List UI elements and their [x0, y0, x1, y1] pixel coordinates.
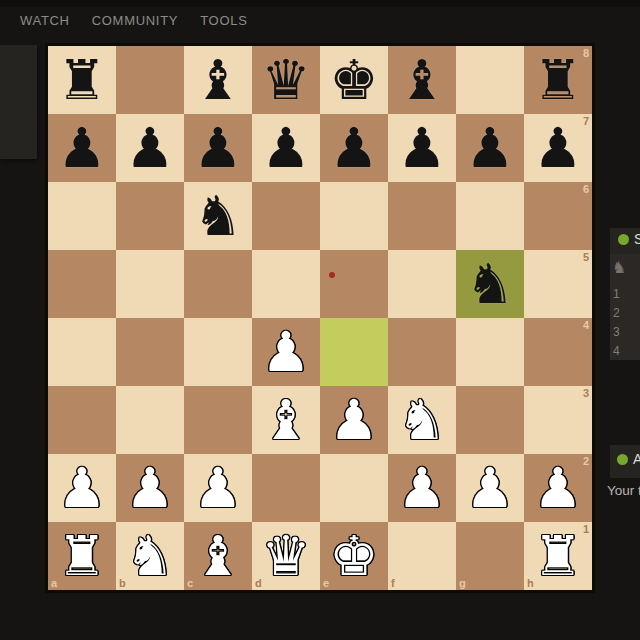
piece-black-pawn[interactable]: ♟: [193, 121, 242, 176]
square-c7[interactable]: ♟: [184, 114, 252, 182]
square-g4[interactable]: [456, 318, 524, 386]
square-d1[interactable]: ♛d: [252, 522, 320, 590]
nav-item-watch[interactable]: WATCH: [20, 13, 70, 28]
coordinate-file-label: b: [119, 578, 126, 589]
square-a2[interactable]: ♟: [48, 454, 116, 522]
piece-black-pawn[interactable]: ♟: [57, 121, 106, 176]
square-e3[interactable]: ♟: [320, 386, 388, 454]
piece-black-bishop[interactable]: ♝: [397, 53, 446, 108]
piece-black-pawn[interactable]: ♟: [533, 121, 582, 176]
square-f8[interactable]: ♝: [388, 46, 456, 114]
square-h1[interactable]: ♜h1: [524, 522, 592, 590]
move-number: 4: [613, 345, 620, 357]
coordinate-rank-label: 7: [583, 116, 589, 127]
square-e5[interactable]: [320, 250, 388, 318]
chess-board[interactable]: ♜♝♛♚♝♜8♟♟♟♟♟♟♟♟7♞6♞5♟4♝♟♞3♟♟♟♟♟♟2♜a♞b♝c♛…: [48, 46, 592, 590]
piece-white-pawn[interactable]: ♟: [397, 461, 446, 516]
coordinate-file-label: c: [187, 578, 193, 589]
piece-white-rook[interactable]: ♜: [533, 529, 582, 584]
square-h6[interactable]: 6: [524, 182, 592, 250]
square-b2[interactable]: ♟: [116, 454, 184, 522]
piece-white-knight[interactable]: ♞: [397, 393, 446, 448]
piece-white-pawn[interactable]: ♟: [125, 461, 174, 516]
square-b1[interactable]: ♞b: [116, 522, 184, 590]
square-e2[interactable]: [320, 454, 388, 522]
square-a4[interactable]: [48, 318, 116, 386]
top-nav: WATCH COMMUNITY TOOLS: [20, 13, 248, 28]
square-f5[interactable]: [388, 250, 456, 318]
square-h5[interactable]: 5: [524, 250, 592, 318]
coordinate-rank-label: 5: [583, 252, 589, 263]
square-d2[interactable]: [252, 454, 320, 522]
piece-white-rook[interactable]: ♜: [57, 529, 106, 584]
my-player-name[interactable]: A: [633, 452, 640, 466]
square-f6[interactable]: [388, 182, 456, 250]
square-c8[interactable]: ♝: [184, 46, 252, 114]
coordinate-file-label: e: [323, 578, 329, 589]
dropdown-panel: [0, 45, 37, 159]
square-g6[interactable]: [456, 182, 524, 250]
piece-black-pawn[interactable]: ♟: [465, 121, 514, 176]
square-h8[interactable]: ♜8: [524, 46, 592, 114]
square-f4[interactable]: [388, 318, 456, 386]
coordinate-rank-label: 3: [583, 388, 589, 399]
square-b7[interactable]: ♟: [116, 114, 184, 182]
square-a3[interactable]: [48, 386, 116, 454]
piece-black-knight[interactable]: ♞: [465, 257, 514, 312]
coordinate-file-label: f: [391, 578, 395, 589]
piece-black-pawn[interactable]: ♟: [125, 121, 174, 176]
square-c1[interactable]: ♝c: [184, 522, 252, 590]
square-d3[interactable]: ♝: [252, 386, 320, 454]
move-number: 1: [613, 288, 620, 300]
piece-black-bishop[interactable]: ♝: [193, 53, 242, 108]
knight-icon: ♞: [612, 260, 626, 276]
top-edge-strip: [0, 0, 640, 7]
online-indicator-icon: [617, 454, 628, 465]
piece-white-pawn[interactable]: ♟: [533, 461, 582, 516]
square-c6[interactable]: ♞: [184, 182, 252, 250]
square-d6[interactable]: [252, 182, 320, 250]
square-h3[interactable]: 3: [524, 386, 592, 454]
piece-white-bishop[interactable]: ♝: [261, 393, 310, 448]
square-b4[interactable]: [116, 318, 184, 386]
piece-black-rook[interactable]: ♜: [57, 53, 106, 108]
square-a8[interactable]: ♜: [48, 46, 116, 114]
move-number: 2: [613, 307, 620, 319]
square-f7[interactable]: ♟: [388, 114, 456, 182]
square-f3[interactable]: ♞: [388, 386, 456, 454]
coordinate-rank-label: 8: [583, 48, 589, 59]
square-e6[interactable]: [320, 182, 388, 250]
square-c4[interactable]: [184, 318, 252, 386]
coordinate-file-label: h: [527, 578, 534, 589]
piece-white-pawn[interactable]: ♟: [329, 393, 378, 448]
piece-black-knight[interactable]: ♞: [193, 189, 242, 244]
square-g3[interactable]: [456, 386, 524, 454]
square-b8[interactable]: [116, 46, 184, 114]
coordinate-rank-label: 6: [583, 184, 589, 195]
square-a6[interactable]: [48, 182, 116, 250]
nav-item-community[interactable]: COMMUNITY: [92, 13, 178, 28]
coordinate-file-label: a: [51, 578, 57, 589]
piece-black-pawn[interactable]: ♟: [397, 121, 446, 176]
red-dot-annotation: [329, 272, 335, 278]
square-a7[interactable]: ♟: [48, 114, 116, 182]
square-g7[interactable]: ♟: [456, 114, 524, 182]
square-d7[interactable]: ♟: [252, 114, 320, 182]
piece-white-bishop[interactable]: ♝: [193, 529, 242, 584]
square-d4[interactable]: ♟: [252, 318, 320, 386]
piece-black-rook[interactable]: ♜: [533, 53, 582, 108]
piece-white-pawn[interactable]: ♟: [57, 461, 106, 516]
square-b6[interactable]: [116, 182, 184, 250]
square-d8[interactable]: ♛: [252, 46, 320, 114]
square-c3[interactable]: [184, 386, 252, 454]
square-d5[interactable]: [252, 250, 320, 318]
square-h4[interactable]: 4: [524, 318, 592, 386]
piece-white-queen[interactable]: ♛: [261, 529, 310, 584]
piece-black-queen[interactable]: ♛: [261, 53, 310, 108]
square-a5[interactable]: [48, 250, 116, 318]
coordinate-rank-label: 2: [583, 456, 589, 467]
square-b5[interactable]: [116, 250, 184, 318]
piece-white-king[interactable]: ♚: [329, 529, 378, 584]
piece-white-pawn[interactable]: ♟: [193, 461, 242, 516]
piece-white-knight[interactable]: ♞: [125, 529, 174, 584]
square-e8[interactable]: ♚: [320, 46, 388, 114]
coordinate-file-label: d: [255, 578, 262, 589]
square-e4[interactable]: [320, 318, 388, 386]
square-e1[interactable]: ♚e: [320, 522, 388, 590]
square-f2[interactable]: ♟: [388, 454, 456, 522]
square-b3[interactable]: [116, 386, 184, 454]
opponent-player-name[interactable]: S: [634, 232, 640, 246]
piece-black-pawn[interactable]: ♟: [261, 121, 310, 176]
square-h7[interactable]: ♟7: [524, 114, 592, 182]
piece-white-pawn[interactable]: ♟: [261, 325, 310, 380]
move-number: 3: [613, 326, 620, 338]
square-f1[interactable]: f: [388, 522, 456, 590]
square-a1[interactable]: ♜a: [48, 522, 116, 590]
square-e7[interactable]: ♟: [320, 114, 388, 182]
piece-white-pawn[interactable]: ♟: [465, 461, 514, 516]
square-g8[interactable]: [456, 46, 524, 114]
coordinate-file-label: g: [459, 578, 466, 589]
square-h2[interactable]: ♟2: [524, 454, 592, 522]
square-c2[interactable]: ♟: [184, 454, 252, 522]
online-indicator-icon: [618, 234, 629, 245]
square-g5[interactable]: ♞: [456, 250, 524, 318]
coordinate-rank-label: 1: [583, 524, 589, 535]
square-g2[interactable]: ♟: [456, 454, 524, 522]
nav-item-tools[interactable]: TOOLS: [200, 13, 247, 28]
coordinate-rank-label: 4: [583, 320, 589, 331]
square-c5[interactable]: [184, 250, 252, 318]
square-g1[interactable]: g: [456, 522, 524, 590]
piece-black-king[interactable]: ♚: [329, 53, 378, 108]
piece-black-pawn[interactable]: ♟: [329, 121, 378, 176]
status-text: Your turn: [607, 483, 640, 498]
